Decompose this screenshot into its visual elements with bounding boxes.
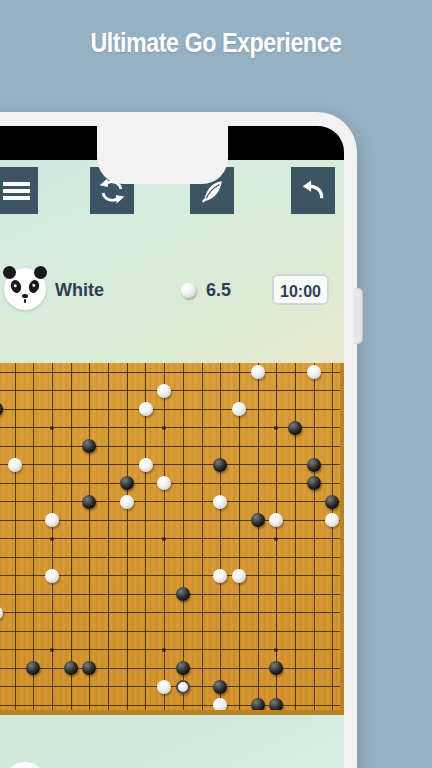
board-intersection[interactable] — [99, 400, 118, 419]
board-intersection[interactable] — [248, 437, 267, 456]
board-intersection[interactable] — [99, 678, 118, 697]
board-intersection[interactable] — [323, 493, 342, 512]
board-intersection[interactable] — [286, 567, 305, 586]
board-intersection[interactable] — [24, 530, 43, 549]
board-intersection[interactable] — [136, 400, 155, 419]
board-intersection[interactable] — [286, 456, 305, 475]
board-intersection[interactable] — [304, 567, 323, 586]
board-intersection[interactable] — [136, 493, 155, 512]
board-intersection[interactable] — [267, 400, 286, 419]
board-intersection[interactable] — [155, 622, 174, 641]
board-intersection[interactable] — [5, 604, 24, 623]
board-intersection[interactable] — [24, 567, 43, 586]
board-intersection[interactable] — [230, 419, 249, 438]
board-intersection[interactable] — [43, 659, 62, 678]
board-intersection[interactable] — [61, 511, 80, 530]
board-intersection[interactable] — [117, 641, 136, 660]
board-intersection[interactable] — [61, 678, 80, 697]
board-intersection[interactable] — [248, 659, 267, 678]
board-intersection[interactable] — [117, 530, 136, 549]
board-intersection[interactable] — [192, 400, 211, 419]
board-intersection[interactable] — [304, 604, 323, 623]
board-intersection[interactable] — [43, 530, 62, 549]
board-intersection[interactable] — [155, 678, 174, 697]
board-intersection[interactable] — [43, 585, 62, 604]
board-intersection[interactable] — [304, 548, 323, 567]
board-intersection[interactable] — [24, 622, 43, 641]
board-intersection[interactable] — [286, 474, 305, 493]
board-intersection[interactable] — [155, 530, 174, 549]
board-intersection[interactable] — [304, 696, 323, 715]
board-intersection[interactable] — [24, 437, 43, 456]
board-intersection[interactable] — [117, 363, 136, 382]
board-intersection[interactable] — [304, 363, 323, 382]
board-intersection[interactable] — [43, 363, 62, 382]
board-intersection[interactable] — [5, 548, 24, 567]
board-intersection[interactable] — [80, 382, 99, 401]
board-intersection[interactable] — [230, 659, 249, 678]
board-intersection[interactable] — [267, 678, 286, 697]
board-intersection[interactable] — [61, 641, 80, 660]
board-intersection[interactable] — [117, 400, 136, 419]
board-intersection[interactable] — [304, 511, 323, 530]
board-intersection[interactable] — [80, 437, 99, 456]
board-intersection[interactable] — [267, 363, 286, 382]
board-intersection[interactable] — [61, 400, 80, 419]
board-intersection[interactable] — [80, 548, 99, 567]
board-intersection[interactable] — [174, 363, 193, 382]
board-intersection[interactable] — [230, 604, 249, 623]
board-intersection[interactable] — [5, 696, 24, 715]
board-intersection[interactable] — [323, 511, 342, 530]
board-intersection[interactable] — [136, 382, 155, 401]
board-intersection[interactable] — [61, 456, 80, 475]
board-intersection[interactable] — [304, 493, 323, 512]
board-intersection[interactable] — [230, 363, 249, 382]
board-intersection[interactable] — [24, 363, 43, 382]
board-intersection[interactable] — [286, 530, 305, 549]
board-intersection[interactable] — [61, 548, 80, 567]
board-intersection[interactable] — [192, 585, 211, 604]
board-intersection[interactable] — [61, 493, 80, 512]
board-intersection[interactable] — [267, 548, 286, 567]
board-intersection[interactable] — [43, 604, 62, 623]
board-intersection[interactable] — [155, 419, 174, 438]
board-intersection[interactable] — [211, 659, 230, 678]
board-intersection[interactable] — [248, 548, 267, 567]
board-intersection[interactable] — [5, 382, 24, 401]
board-intersection[interactable] — [80, 363, 99, 382]
board-intersection[interactable] — [80, 659, 99, 678]
board-intersection[interactable] — [117, 474, 136, 493]
board-intersection[interactable] — [117, 678, 136, 697]
board-intersection[interactable] — [211, 382, 230, 401]
board-intersection[interactable] — [323, 585, 342, 604]
board-intersection[interactable] — [230, 493, 249, 512]
board-intersection[interactable] — [267, 511, 286, 530]
board-intersection[interactable] — [24, 474, 43, 493]
board-intersection[interactable] — [248, 456, 267, 475]
board-intersection[interactable] — [230, 530, 249, 549]
board-intersection[interactable] — [43, 641, 62, 660]
undo-button[interactable] — [291, 167, 335, 214]
board-intersection[interactable] — [24, 456, 43, 475]
board-intersection[interactable] — [323, 696, 342, 715]
board-intersection[interactable] — [136, 622, 155, 641]
board-intersection[interactable] — [136, 641, 155, 660]
board-intersection[interactable] — [230, 567, 249, 586]
board-intersection[interactable] — [230, 641, 249, 660]
board-intersection[interactable] — [155, 567, 174, 586]
board-intersection[interactable] — [211, 456, 230, 475]
board-intersection[interactable] — [304, 419, 323, 438]
board-intersection[interactable] — [192, 530, 211, 549]
board-intersection[interactable] — [323, 382, 342, 401]
board-intersection[interactable] — [117, 493, 136, 512]
board-intersection[interactable] — [155, 400, 174, 419]
board-intersection[interactable] — [304, 585, 323, 604]
board-intersection[interactable] — [61, 622, 80, 641]
board-intersection[interactable] — [248, 585, 267, 604]
board-intersection[interactable] — [155, 585, 174, 604]
board-intersection[interactable] — [61, 437, 80, 456]
board-intersection[interactable] — [136, 659, 155, 678]
board-intersection[interactable] — [43, 696, 62, 715]
board-intersection[interactable] — [174, 622, 193, 641]
board-intersection[interactable] — [136, 474, 155, 493]
board-intersection[interactable] — [24, 511, 43, 530]
board-intersection[interactable] — [61, 696, 80, 715]
board-intersection[interactable] — [267, 437, 286, 456]
board-intersection[interactable] — [80, 493, 99, 512]
board-intersection[interactable] — [323, 456, 342, 475]
board-intersection[interactable] — [61, 585, 80, 604]
board-intersection[interactable] — [80, 474, 99, 493]
board-intersection[interactable] — [323, 530, 342, 549]
board-intersection[interactable] — [267, 585, 286, 604]
board-intersection[interactable] — [155, 456, 174, 475]
board-intersection[interactable] — [267, 382, 286, 401]
board-intersection[interactable] — [99, 437, 118, 456]
board-intersection[interactable] — [99, 696, 118, 715]
board-intersection[interactable] — [117, 456, 136, 475]
board-intersection[interactable] — [211, 567, 230, 586]
board-intersection[interactable] — [24, 696, 43, 715]
board-intersection[interactable] — [267, 530, 286, 549]
board-intersection[interactable] — [211, 493, 230, 512]
board-intersection[interactable] — [43, 567, 62, 586]
board-intersection[interactable] — [43, 400, 62, 419]
board-intersection[interactable] — [5, 530, 24, 549]
board-intersection[interactable] — [211, 530, 230, 549]
board-intersection[interactable] — [267, 641, 286, 660]
board-intersection[interactable] — [5, 456, 24, 475]
board-intersection[interactable] — [117, 437, 136, 456]
board-intersection[interactable] — [5, 678, 24, 697]
board-intersection[interactable] — [248, 604, 267, 623]
board-intersection[interactable] — [267, 622, 286, 641]
board-intersection[interactable] — [286, 622, 305, 641]
board-intersection[interactable] — [61, 530, 80, 549]
board-intersection[interactable] — [155, 641, 174, 660]
board-intersection[interactable] — [248, 567, 267, 586]
board-intersection[interactable] — [192, 622, 211, 641]
board-intersection[interactable] — [230, 474, 249, 493]
board-intersection[interactable] — [248, 474, 267, 493]
board-intersection[interactable] — [174, 585, 193, 604]
board-intersection[interactable] — [136, 456, 155, 475]
board-intersection[interactable] — [304, 659, 323, 678]
board-intersection[interactable] — [80, 678, 99, 697]
board-intersection[interactable] — [286, 437, 305, 456]
board-intersection[interactable] — [248, 382, 267, 401]
board-intersection[interactable] — [211, 511, 230, 530]
board-intersection[interactable] — [43, 456, 62, 475]
board-intersection[interactable] — [80, 585, 99, 604]
board-intersection[interactable] — [24, 585, 43, 604]
board-intersection[interactable] — [304, 400, 323, 419]
board-intersection[interactable] — [99, 419, 118, 438]
board-intersection[interactable] — [61, 382, 80, 401]
board-intersection[interactable] — [211, 641, 230, 660]
board-intersection[interactable] — [323, 548, 342, 567]
board-intersection[interactable] — [136, 437, 155, 456]
board-intersection[interactable] — [192, 382, 211, 401]
board-intersection[interactable] — [230, 400, 249, 419]
board-intersection[interactable] — [117, 419, 136, 438]
board-intersection[interactable] — [323, 604, 342, 623]
board-intersection[interactable] — [211, 474, 230, 493]
board-intersection[interactable] — [43, 419, 62, 438]
board-intersection[interactable] — [286, 493, 305, 512]
board-intersection[interactable] — [99, 622, 118, 641]
board-intersection[interactable] — [248, 622, 267, 641]
board-intersection[interactable] — [99, 511, 118, 530]
board-intersection[interactable] — [80, 604, 99, 623]
board-intersection[interactable] — [230, 585, 249, 604]
board-intersection[interactable] — [99, 456, 118, 475]
board-intersection[interactable] — [24, 678, 43, 697]
board-intersection[interactable] — [323, 419, 342, 438]
board-intersection[interactable] — [267, 419, 286, 438]
board-intersection[interactable] — [248, 419, 267, 438]
board-intersection[interactable] — [80, 400, 99, 419]
board-intersection[interactable] — [304, 437, 323, 456]
board-intersection[interactable] — [117, 382, 136, 401]
board-intersection[interactable] — [136, 696, 155, 715]
board-intersection[interactable] — [230, 456, 249, 475]
board-intersection[interactable] — [323, 659, 342, 678]
board-intersection[interactable] — [248, 696, 267, 715]
board-intersection[interactable] — [24, 493, 43, 512]
board-intersection[interactable] — [43, 678, 62, 697]
board-intersection[interactable] — [99, 382, 118, 401]
board-intersection[interactable] — [136, 585, 155, 604]
board-intersection[interactable] — [43, 548, 62, 567]
board-intersection[interactable] — [248, 400, 267, 419]
board-intersection[interactable] — [192, 419, 211, 438]
board-intersection[interactable] — [174, 696, 193, 715]
board-intersection[interactable] — [323, 437, 342, 456]
opponent-avatar-partial[interactable] — [4, 762, 46, 768]
board-intersection[interactable] — [192, 474, 211, 493]
board-intersection[interactable] — [230, 678, 249, 697]
board-intersection[interactable] — [99, 363, 118, 382]
board-intersection[interactable] — [323, 363, 342, 382]
board-intersection[interactable] — [117, 511, 136, 530]
board-intersection[interactable] — [5, 363, 24, 382]
board-intersection[interactable] — [5, 511, 24, 530]
board-intersection[interactable] — [192, 567, 211, 586]
board-intersection[interactable] — [80, 622, 99, 641]
board-intersection[interactable] — [248, 363, 267, 382]
board-intersection[interactable] — [286, 400, 305, 419]
board-intersection[interactable] — [304, 456, 323, 475]
board-intersection[interactable] — [5, 641, 24, 660]
board-intersection[interactable] — [211, 363, 230, 382]
board-intersection[interactable] — [192, 641, 211, 660]
board-intersection[interactable] — [43, 511, 62, 530]
board-intersection[interactable] — [267, 474, 286, 493]
board-intersection[interactable] — [192, 511, 211, 530]
board-intersection[interactable] — [192, 493, 211, 512]
board-intersection[interactable] — [304, 641, 323, 660]
board-intersection[interactable] — [230, 622, 249, 641]
board-intersection[interactable] — [211, 437, 230, 456]
board-intersection[interactable] — [248, 678, 267, 697]
board-intersection[interactable] — [155, 604, 174, 623]
board-intersection[interactable] — [286, 511, 305, 530]
board-intersection[interactable] — [323, 641, 342, 660]
board-intersection[interactable] — [117, 659, 136, 678]
board-intersection[interactable] — [267, 604, 286, 623]
board-intersection[interactable] — [80, 567, 99, 586]
board-intersection[interactable] — [43, 474, 62, 493]
board-intersection[interactable] — [5, 493, 24, 512]
board-intersection[interactable] — [99, 604, 118, 623]
board-intersection[interactable] — [211, 696, 230, 715]
board-intersection[interactable] — [117, 696, 136, 715]
board-intersection[interactable] — [286, 363, 305, 382]
board-intersection[interactable] — [267, 659, 286, 678]
board-intersection[interactable] — [174, 659, 193, 678]
board-intersection[interactable] — [267, 567, 286, 586]
board-intersection[interactable] — [155, 382, 174, 401]
board-intersection[interactable] — [323, 567, 342, 586]
board-intersection[interactable] — [61, 363, 80, 382]
board-intersection[interactable] — [117, 604, 136, 623]
board-intersection[interactable] — [174, 474, 193, 493]
board-intersection[interactable] — [323, 400, 342, 419]
board-intersection[interactable] — [230, 511, 249, 530]
board-intersection[interactable] — [99, 567, 118, 586]
board-intersection[interactable] — [99, 548, 118, 567]
player-clock[interactable]: 10:00 — [272, 274, 329, 305]
board-intersection[interactable] — [61, 567, 80, 586]
board-intersection[interactable] — [61, 419, 80, 438]
board-intersection[interactable] — [192, 659, 211, 678]
board-intersection[interactable] — [286, 585, 305, 604]
board-intersection[interactable] — [174, 437, 193, 456]
board-intersection[interactable] — [80, 456, 99, 475]
board-intersection[interactable] — [136, 548, 155, 567]
board-intersection[interactable] — [155, 493, 174, 512]
board-intersection[interactable] — [155, 437, 174, 456]
board-intersection[interactable] — [211, 678, 230, 697]
board-intersection[interactable] — [192, 456, 211, 475]
board-intersection[interactable] — [211, 548, 230, 567]
board-intersection[interactable] — [174, 382, 193, 401]
board-intersection[interactable] — [192, 696, 211, 715]
board-intersection[interactable] — [117, 622, 136, 641]
board-intersection[interactable] — [323, 622, 342, 641]
board-intersection[interactable] — [99, 659, 118, 678]
board-intersection[interactable] — [155, 511, 174, 530]
board-intersection[interactable] — [211, 604, 230, 623]
board-intersection[interactable] — [230, 696, 249, 715]
board-intersection[interactable] — [155, 474, 174, 493]
board-intersection[interactable] — [99, 585, 118, 604]
board-intersection[interactable] — [99, 530, 118, 549]
board-intersection[interactable] — [117, 567, 136, 586]
board-intersection[interactable] — [192, 363, 211, 382]
board-intersection[interactable] — [5, 567, 24, 586]
board-intersection[interactable] — [230, 548, 249, 567]
board-intersection[interactable] — [174, 548, 193, 567]
board-intersection[interactable] — [304, 622, 323, 641]
board-intersection[interactable] — [5, 659, 24, 678]
board-intersection[interactable] — [5, 622, 24, 641]
board-intersection[interactable] — [230, 382, 249, 401]
board-intersection[interactable] — [192, 548, 211, 567]
board-intersection[interactable] — [5, 419, 24, 438]
board-intersection[interactable] — [136, 604, 155, 623]
board-intersection[interactable] — [211, 419, 230, 438]
board-intersection[interactable] — [174, 567, 193, 586]
board-intersection[interactable] — [136, 678, 155, 697]
board-intersection[interactable] — [80, 530, 99, 549]
board-intersection[interactable] — [304, 678, 323, 697]
board-intersection[interactable] — [5, 474, 24, 493]
board-intersection[interactable] — [24, 604, 43, 623]
board-intersection[interactable] — [286, 659, 305, 678]
board-intersection[interactable] — [248, 493, 267, 512]
board-intersection[interactable] — [136, 419, 155, 438]
board-intersection[interactable] — [117, 548, 136, 567]
board-intersection[interactable] — [286, 419, 305, 438]
board-intersection[interactable] — [61, 604, 80, 623]
board-intersection[interactable] — [117, 585, 136, 604]
board-intersection[interactable] — [174, 456, 193, 475]
board-intersection[interactable] — [24, 548, 43, 567]
board-intersection[interactable] — [230, 437, 249, 456]
board-intersection[interactable] — [248, 641, 267, 660]
board-intersection[interactable] — [286, 696, 305, 715]
board-intersection[interactable] — [61, 659, 80, 678]
board-intersection[interactable] — [174, 419, 193, 438]
board-intersection[interactable] — [323, 678, 342, 697]
board-intersection[interactable] — [286, 604, 305, 623]
board-intersection[interactable] — [80, 641, 99, 660]
menu-button[interactable] — [0, 167, 38, 214]
board-intersection[interactable] — [248, 511, 267, 530]
board-intersection[interactable] — [267, 456, 286, 475]
board-intersection[interactable] — [286, 641, 305, 660]
board-intersection[interactable] — [24, 419, 43, 438]
board-intersection[interactable] — [80, 419, 99, 438]
go-board[interactable] — [0, 363, 344, 715]
board-intersection[interactable] — [5, 585, 24, 604]
